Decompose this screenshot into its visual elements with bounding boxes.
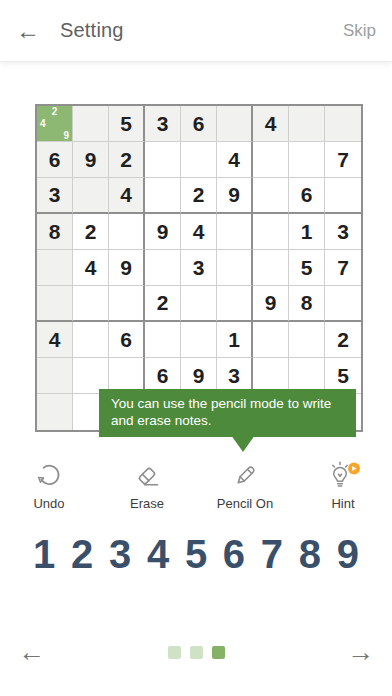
eraser-icon <box>131 458 163 494</box>
cell-r1c2[interactable] <box>73 106 109 142</box>
number-pad: 1 2 3 4 5 6 7 8 9 <box>0 529 392 579</box>
numpad-3[interactable]: 3 <box>109 529 131 579</box>
erase-label: Erase <box>130 496 164 511</box>
cell-r2c2[interactable]: 9 <box>73 142 109 178</box>
cell-r2c7[interactable] <box>253 142 289 178</box>
cell-r6c2[interactable] <box>73 286 109 322</box>
pager-dots <box>0 646 392 659</box>
tooltip-line-1: You can use the pencil mode to write <box>111 396 346 413</box>
cell-r5c4[interactable] <box>145 250 181 286</box>
cell-r2c8[interactable] <box>289 142 325 178</box>
pager-dot-2[interactable] <box>190 646 203 659</box>
cell-r7c1[interactable]: 4 <box>37 322 73 358</box>
lightbulb-icon <box>325 458 362 494</box>
numpad-1[interactable]: 1 <box>33 529 55 579</box>
cell-r5c9[interactable]: 7 <box>325 250 361 286</box>
toolbar: Undo Erase Pencil On <box>0 458 392 511</box>
numpad-6[interactable]: 6 <box>223 529 245 579</box>
cell-r5c8[interactable]: 5 <box>289 250 325 286</box>
cell-r8c1[interactable] <box>37 358 73 394</box>
cell-r4c2[interactable]: 2 <box>73 214 109 250</box>
cell-r4c9[interactable]: 3 <box>325 214 361 250</box>
cell-r5c7[interactable] <box>253 250 289 286</box>
cell-r2c1[interactable]: 6 <box>37 142 73 178</box>
cell-r1c6[interactable] <box>217 106 253 142</box>
numpad-5[interactable]: 5 <box>185 529 207 579</box>
undo-label: Undo <box>33 496 64 511</box>
tooltip-pointer <box>231 435 255 452</box>
cell-r2c3[interactable]: 2 <box>109 142 145 178</box>
cell-r7c2[interactable] <box>73 322 109 358</box>
cell-r7c3[interactable]: 6 <box>109 322 145 358</box>
play-video-badge <box>348 463 360 475</box>
cell-r3c2[interactable] <box>73 178 109 214</box>
cell-r6c5[interactable] <box>181 286 217 322</box>
cell-r6c1[interactable] <box>37 286 73 322</box>
cell-r6c4[interactable]: 2 <box>145 286 181 322</box>
cell-r3c5[interactable]: 2 <box>181 178 217 214</box>
cell-r2c5[interactable] <box>181 142 217 178</box>
numpad-2[interactable]: 2 <box>71 529 93 579</box>
numpad-9[interactable]: 9 <box>337 529 359 579</box>
pager-dot-1[interactable] <box>168 646 181 659</box>
cell-r1c4[interactable]: 3 <box>145 106 181 142</box>
header: ← Setting Skip <box>0 0 392 62</box>
next-page-arrow[interactable]: → <box>347 636 374 668</box>
cell-r5c5[interactable]: 3 <box>181 250 217 286</box>
cell-r5c3[interactable]: 9 <box>109 250 145 286</box>
cell-r6c6[interactable] <box>217 286 253 322</box>
cell-r4c3[interactable] <box>109 214 145 250</box>
cell-r2c4[interactable] <box>145 142 181 178</box>
cell-r6c9[interactable] <box>325 286 361 322</box>
cell-r4c1[interactable]: 8 <box>37 214 73 250</box>
cell-r1c1[interactable]: 249 <box>37 106 73 142</box>
erase-button[interactable]: Erase <box>98 458 196 511</box>
cell-r5c6[interactable] <box>217 250 253 286</box>
skip-button[interactable]: Skip <box>343 21 376 41</box>
cell-r7c4[interactable] <box>145 322 181 358</box>
cell-r3c7[interactable] <box>253 178 289 214</box>
cell-r7c6[interactable]: 1 <box>217 322 253 358</box>
cell-r1c7[interactable]: 4 <box>253 106 289 142</box>
back-arrow-icon[interactable]: ← <box>16 19 40 43</box>
cell-r1c9[interactable] <box>325 106 361 142</box>
prev-page-arrow[interactable]: ← <box>18 636 45 668</box>
cell-r3c6[interactable]: 9 <box>217 178 253 214</box>
hint-label: Hint <box>331 496 354 511</box>
cell-r4c4[interactable]: 9 <box>145 214 181 250</box>
tooltip-line-2: and erase notes. <box>111 413 346 430</box>
cell-r4c7[interactable] <box>253 214 289 250</box>
cell-r9c1[interactable] <box>37 394 73 430</box>
hint-button[interactable]: Hint <box>294 458 392 511</box>
cell-r7c9[interactable]: 2 <box>325 322 361 358</box>
cell-r3c1[interactable]: 3 <box>37 178 73 214</box>
cell-r6c3[interactable] <box>109 286 145 322</box>
cell-r5c1[interactable] <box>37 250 73 286</box>
cell-r1c5[interactable]: 6 <box>181 106 217 142</box>
cell-r2c9[interactable]: 7 <box>325 142 361 178</box>
page-title: Setting <box>60 19 124 42</box>
numpad-7[interactable]: 7 <box>261 529 283 579</box>
cell-r6c8[interactable]: 8 <box>289 286 325 322</box>
cell-r4c8[interactable]: 1 <box>289 214 325 250</box>
cell-r2c6[interactable]: 4 <box>217 142 253 178</box>
pencil-notes: 249 <box>37 106 72 141</box>
tutorial-tooltip: You can use the pencil mode to write and… <box>99 389 356 437</box>
undo-icon <box>33 458 65 494</box>
cell-r7c5[interactable] <box>181 322 217 358</box>
pager-dot-3[interactable] <box>212 646 225 659</box>
cell-r4c5[interactable]: 4 <box>181 214 217 250</box>
numpad-8[interactable]: 8 <box>299 529 321 579</box>
cell-r4c6[interactable] <box>217 214 253 250</box>
cell-r5c2[interactable]: 4 <box>73 250 109 286</box>
pencil-icon <box>229 458 261 494</box>
undo-button[interactable]: Undo <box>0 458 98 511</box>
cell-r6c7[interactable]: 9 <box>253 286 289 322</box>
cell-r3c3[interactable]: 4 <box>109 178 145 214</box>
numpad-4[interactable]: 4 <box>147 529 169 579</box>
sudoku-board[interactable]: 249536469247342968294134935729846126935 <box>35 104 363 432</box>
cell-r3c9[interactable] <box>325 178 361 214</box>
cell-r7c7[interactable] <box>253 322 289 358</box>
cell-r3c8[interactable]: 6 <box>289 178 325 214</box>
pencil-mode-label: Pencil On <box>217 496 273 511</box>
cell-r1c8[interactable] <box>289 106 325 142</box>
cell-r3c4[interactable] <box>145 178 181 214</box>
cell-r1c3[interactable]: 5 <box>109 106 145 142</box>
pencil-mode-button[interactable]: Pencil On <box>196 458 294 511</box>
cell-r7c8[interactable] <box>289 322 325 358</box>
